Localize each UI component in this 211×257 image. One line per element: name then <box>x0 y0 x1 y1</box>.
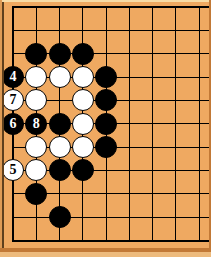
board-point <box>71 205 94 228</box>
white-stone <box>49 66 71 88</box>
board-point <box>164 205 187 228</box>
white-stone <box>25 159 47 181</box>
go-diagram: 47685 <box>0 0 211 257</box>
board-point <box>164 19 187 42</box>
board-point <box>48 112 71 135</box>
black-stone <box>95 89 117 111</box>
board-point <box>118 182 141 205</box>
board-point <box>187 42 210 65</box>
board-point <box>71 19 94 42</box>
board-point <box>118 159 141 182</box>
board-point: 4 <box>1 65 24 88</box>
black-stone <box>72 159 94 181</box>
board-point <box>141 135 164 158</box>
go-board-grid: 47685 <box>1 0 210 252</box>
board-point <box>48 0 71 19</box>
board-point <box>141 0 164 19</box>
board-point <box>118 112 141 135</box>
board-point <box>118 65 141 88</box>
board-point <box>48 65 71 88</box>
white-stone <box>72 113 94 135</box>
black-stone <box>25 43 47 65</box>
board-point: 5 <box>1 159 24 182</box>
black-stone <box>95 66 117 88</box>
board-point <box>25 159 48 182</box>
board-point <box>71 89 94 112</box>
board-point <box>94 159 117 182</box>
board-point <box>94 19 117 42</box>
board-point <box>141 112 164 135</box>
board-point <box>48 42 71 65</box>
black-stone: 8 <box>25 113 47 135</box>
move-number-label: 5 <box>10 163 17 177</box>
board-point <box>118 19 141 42</box>
board-point <box>48 19 71 42</box>
board-point <box>25 19 48 42</box>
board-point <box>25 65 48 88</box>
board-point <box>1 135 24 158</box>
board-point: 7 <box>1 89 24 112</box>
white-stone: 5 <box>2 159 24 181</box>
board-point <box>1 182 24 205</box>
move-number-label: 7 <box>10 93 17 107</box>
board-point: 6 <box>1 112 24 135</box>
board-point: 8 <box>25 112 48 135</box>
board-point <box>71 42 94 65</box>
board-point <box>1 205 24 228</box>
board-point <box>71 182 94 205</box>
board-point <box>48 182 71 205</box>
board-point <box>71 112 94 135</box>
board-point <box>164 65 187 88</box>
board-point <box>94 112 117 135</box>
board-point <box>71 135 94 158</box>
board-point <box>187 0 210 19</box>
white-stone <box>72 136 94 158</box>
board-point <box>141 89 164 112</box>
board-point <box>141 65 164 88</box>
black-stone <box>25 183 47 205</box>
black-stone <box>49 206 71 228</box>
board-point <box>164 89 187 112</box>
board-point <box>187 19 210 42</box>
move-number-label: 6 <box>10 116 17 130</box>
board-point <box>1 0 24 19</box>
board-point <box>71 65 94 88</box>
black-stone <box>49 113 71 135</box>
board-point <box>25 0 48 19</box>
black-stone <box>95 136 117 158</box>
board-point <box>48 135 71 158</box>
white-stone: 7 <box>2 89 24 111</box>
frame-left-shadow-line <box>2 2 4 248</box>
board-point <box>141 42 164 65</box>
white-stone <box>49 136 71 158</box>
board-point <box>48 159 71 182</box>
board-point <box>1 19 24 42</box>
white-stone <box>25 136 47 158</box>
board-point <box>48 205 71 228</box>
black-stone <box>95 113 117 135</box>
black-stone <box>49 43 71 65</box>
board-point <box>94 42 117 65</box>
white-stone <box>25 66 47 88</box>
board-point <box>187 89 210 112</box>
black-stone <box>72 43 94 65</box>
board-point <box>118 205 141 228</box>
board-point <box>94 205 117 228</box>
black-stone <box>49 159 71 181</box>
board-point <box>25 135 48 158</box>
move-number-label: 4 <box>10 70 17 84</box>
board-point <box>94 0 117 19</box>
board-point <box>187 205 210 228</box>
white-stone <box>72 66 94 88</box>
board-point <box>25 42 48 65</box>
board-point <box>118 0 141 19</box>
board-point <box>164 112 187 135</box>
frame-bottom-highlight <box>0 252 211 257</box>
board-point <box>187 182 210 205</box>
board-point <box>118 42 141 65</box>
board-point <box>94 89 117 112</box>
board-point <box>25 89 48 112</box>
board-point <box>25 182 48 205</box>
board-point <box>164 0 187 19</box>
black-stone: 6 <box>2 113 24 135</box>
white-stone <box>72 89 94 111</box>
board-point <box>187 135 210 158</box>
board-point <box>141 205 164 228</box>
board-point <box>71 159 94 182</box>
board-point <box>94 135 117 158</box>
black-stone: 4 <box>2 66 24 88</box>
board-point <box>25 205 48 228</box>
board-point <box>71 0 94 19</box>
board-point <box>164 135 187 158</box>
board-point <box>141 159 164 182</box>
board-point <box>187 112 210 135</box>
board-point <box>141 19 164 42</box>
board-point <box>141 182 164 205</box>
board-point <box>118 135 141 158</box>
board-point <box>187 159 210 182</box>
board-point <box>164 159 187 182</box>
move-number-label: 8 <box>33 116 40 130</box>
frame-right-shadow <box>209 0 211 257</box>
white-stone <box>25 89 47 111</box>
board-point <box>94 65 117 88</box>
board-point <box>94 182 117 205</box>
board-point <box>164 42 187 65</box>
board-point <box>48 89 71 112</box>
board-point <box>164 182 187 205</box>
board-point <box>118 89 141 112</box>
board-point <box>1 42 24 65</box>
board-point <box>187 65 210 88</box>
frame-top-highlight <box>0 0 211 2</box>
